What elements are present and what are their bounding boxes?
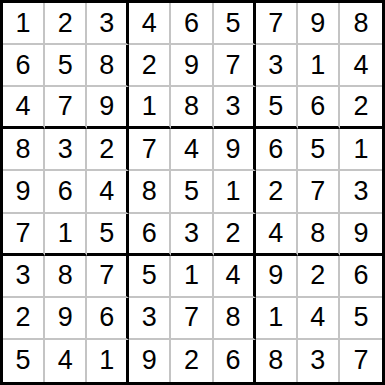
cell-r5c8[interactable]: 7 <box>298 171 340 213</box>
cell-r6c5[interactable]: 3 <box>171 214 213 256</box>
cell-r5c5[interactable]: 5 <box>171 171 213 213</box>
cell-r8c4[interactable]: 3 <box>129 298 171 340</box>
cell-r2c8[interactable]: 1 <box>298 45 340 87</box>
cell-r5c2[interactable]: 6 <box>45 171 87 213</box>
cell-r6c8[interactable]: 8 <box>298 214 340 256</box>
cell-r4c7[interactable]: 6 <box>256 129 298 171</box>
cell-r1c2[interactable]: 2 <box>45 3 87 45</box>
cell-r1c3[interactable]: 3 <box>87 3 129 45</box>
cell-r2c1[interactable]: 6 <box>3 45 45 87</box>
cell-r8c3[interactable]: 6 <box>87 298 129 340</box>
cell-r6c3[interactable]: 5 <box>87 214 129 256</box>
cell-r6c4[interactable]: 6 <box>129 214 171 256</box>
cell-r7c8[interactable]: 2 <box>298 256 340 298</box>
cell-r1c6[interactable]: 5 <box>214 3 256 45</box>
cell-r8c5[interactable]: 7 <box>171 298 213 340</box>
cell-r3c7[interactable]: 5 <box>256 87 298 129</box>
cell-r9c2[interactable]: 4 <box>45 340 87 382</box>
sudoku-board: 1234657986582973144791835628327496519648… <box>0 0 385 385</box>
cell-r1c9[interactable]: 8 <box>340 3 382 45</box>
cell-r1c4[interactable]: 4 <box>129 3 171 45</box>
cell-r7c7[interactable]: 9 <box>256 256 298 298</box>
cell-r8c8[interactable]: 4 <box>298 298 340 340</box>
cell-r4c5[interactable]: 4 <box>171 129 213 171</box>
cell-r9c8[interactable]: 3 <box>298 340 340 382</box>
cell-r1c8[interactable]: 9 <box>298 3 340 45</box>
cell-r3c6[interactable]: 3 <box>214 87 256 129</box>
cell-r9c9[interactable]: 7 <box>340 340 382 382</box>
cell-r7c6[interactable]: 4 <box>214 256 256 298</box>
cell-r5c4[interactable]: 8 <box>129 171 171 213</box>
cell-r8c1[interactable]: 2 <box>3 298 45 340</box>
cell-r1c5[interactable]: 6 <box>171 3 213 45</box>
cell-r1c1[interactable]: 1 <box>3 3 45 45</box>
cell-r4c3[interactable]: 2 <box>87 129 129 171</box>
cell-r9c7[interactable]: 8 <box>256 340 298 382</box>
cell-r8c7[interactable]: 1 <box>256 298 298 340</box>
cell-r3c4[interactable]: 1 <box>129 87 171 129</box>
cell-r9c1[interactable]: 5 <box>3 340 45 382</box>
cell-r6c7[interactable]: 4 <box>256 214 298 256</box>
cell-r9c6[interactable]: 6 <box>214 340 256 382</box>
cell-r4c1[interactable]: 8 <box>3 129 45 171</box>
cell-r4c4[interactable]: 7 <box>129 129 171 171</box>
cell-r5c9[interactable]: 3 <box>340 171 382 213</box>
cell-r3c2[interactable]: 7 <box>45 87 87 129</box>
cell-r6c9[interactable]: 9 <box>340 214 382 256</box>
cell-r5c6[interactable]: 1 <box>214 171 256 213</box>
cell-r9c4[interactable]: 9 <box>129 340 171 382</box>
cell-r7c4[interactable]: 5 <box>129 256 171 298</box>
cell-r6c1[interactable]: 7 <box>3 214 45 256</box>
cell-r4c6[interactable]: 9 <box>214 129 256 171</box>
cell-r5c1[interactable]: 9 <box>3 171 45 213</box>
cell-r5c3[interactable]: 4 <box>87 171 129 213</box>
cell-r4c8[interactable]: 5 <box>298 129 340 171</box>
cell-r9c5[interactable]: 2 <box>171 340 213 382</box>
cell-r6c6[interactable]: 2 <box>214 214 256 256</box>
cell-r8c6[interactable]: 8 <box>214 298 256 340</box>
cell-r2c9[interactable]: 4 <box>340 45 382 87</box>
cell-r3c3[interactable]: 9 <box>87 87 129 129</box>
cell-r8c2[interactable]: 9 <box>45 298 87 340</box>
cell-r3c5[interactable]: 8 <box>171 87 213 129</box>
cell-r7c3[interactable]: 7 <box>87 256 129 298</box>
cell-r4c9[interactable]: 1 <box>340 129 382 171</box>
cell-r2c2[interactable]: 5 <box>45 45 87 87</box>
cell-r2c7[interactable]: 3 <box>256 45 298 87</box>
cell-r1c7[interactable]: 7 <box>256 3 298 45</box>
cell-r3c8[interactable]: 6 <box>298 87 340 129</box>
cell-r6c2[interactable]: 1 <box>45 214 87 256</box>
cell-r2c5[interactable]: 9 <box>171 45 213 87</box>
cell-r7c1[interactable]: 3 <box>3 256 45 298</box>
cell-r7c5[interactable]: 1 <box>171 256 213 298</box>
cell-r8c9[interactable]: 5 <box>340 298 382 340</box>
cell-r9c3[interactable]: 1 <box>87 340 129 382</box>
cell-r3c1[interactable]: 4 <box>3 87 45 129</box>
cell-r2c3[interactable]: 8 <box>87 45 129 87</box>
cell-r2c4[interactable]: 2 <box>129 45 171 87</box>
cell-r2c6[interactable]: 7 <box>214 45 256 87</box>
cell-r4c2[interactable]: 3 <box>45 129 87 171</box>
cell-r3c9[interactable]: 2 <box>340 87 382 129</box>
cell-r7c2[interactable]: 8 <box>45 256 87 298</box>
cell-r5c7[interactable]: 2 <box>256 171 298 213</box>
cell-r7c9[interactable]: 6 <box>340 256 382 298</box>
